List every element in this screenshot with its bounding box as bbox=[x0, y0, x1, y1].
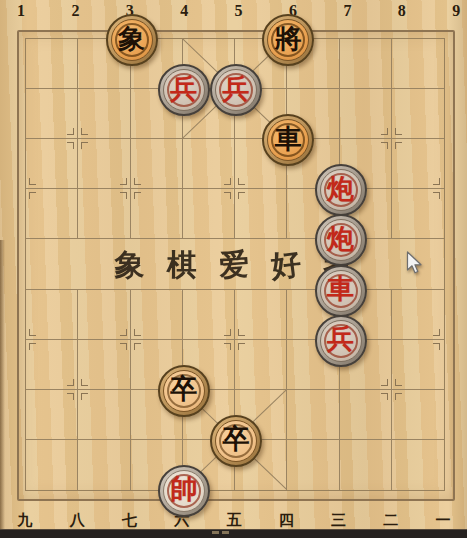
piece-character: 將 bbox=[275, 26, 302, 53]
board-cell bbox=[287, 390, 339, 440]
board-cell bbox=[340, 39, 392, 89]
black-pawn[interactable]: 卒 bbox=[210, 415, 262, 467]
board-cell bbox=[287, 440, 339, 490]
file-label-top: 7 bbox=[343, 3, 351, 19]
point-marker bbox=[120, 178, 127, 185]
point-marker bbox=[224, 343, 231, 350]
point-marker bbox=[433, 178, 440, 185]
file-label-top: 2 bbox=[71, 3, 79, 19]
file-label-top: 8 bbox=[398, 3, 406, 19]
point-marker bbox=[395, 128, 402, 135]
file-label-bottom: 三 bbox=[331, 513, 346, 528]
board-cell bbox=[26, 440, 78, 490]
point-marker bbox=[224, 329, 231, 336]
board-cell bbox=[392, 39, 444, 89]
board-cell bbox=[392, 440, 444, 490]
point-marker bbox=[81, 393, 88, 400]
point-marker bbox=[29, 329, 36, 336]
point-marker bbox=[120, 343, 127, 350]
piece-character: 兵 bbox=[170, 76, 197, 103]
point-marker bbox=[67, 142, 74, 149]
file-label-bottom: 七 bbox=[122, 513, 137, 528]
point-marker bbox=[381, 128, 388, 135]
file-label-bottom: 一 bbox=[436, 513, 451, 528]
point-marker bbox=[433, 343, 440, 350]
point-marker bbox=[238, 192, 245, 199]
red-cannon[interactable]: 炮 bbox=[315, 214, 367, 266]
river-watermark-char: 爱 bbox=[218, 249, 250, 281]
point-marker bbox=[29, 178, 36, 185]
piece-character: 炮 bbox=[327, 226, 354, 253]
bottom-bar-text-remnant bbox=[212, 531, 219, 534]
point-marker bbox=[433, 192, 440, 199]
red-general[interactable]: 帥 bbox=[158, 465, 210, 517]
point-marker bbox=[120, 329, 127, 336]
piece-character: 兵 bbox=[223, 76, 250, 103]
point-marker bbox=[381, 393, 388, 400]
file-label-bottom: 二 bbox=[383, 513, 398, 528]
file-label-bottom: 九 bbox=[18, 513, 33, 528]
point-marker bbox=[134, 343, 141, 350]
piece-character: 卒 bbox=[223, 426, 250, 453]
red-cannon[interactable]: 炮 bbox=[315, 164, 367, 216]
file-label-bottom: 五 bbox=[227, 513, 242, 528]
piece-character: 炮 bbox=[327, 176, 354, 203]
file-label-bottom: 八 bbox=[70, 513, 85, 528]
board-cell bbox=[26, 39, 78, 89]
point-marker bbox=[395, 393, 402, 400]
point-marker bbox=[134, 178, 141, 185]
mouse-cursor-icon bbox=[406, 251, 422, 279]
file-label-bottom: 四 bbox=[279, 513, 294, 528]
point-marker bbox=[120, 192, 127, 199]
red-pawn[interactable]: 兵 bbox=[158, 64, 210, 116]
point-marker bbox=[67, 128, 74, 135]
point-marker bbox=[224, 178, 231, 185]
point-marker bbox=[381, 142, 388, 149]
point-marker bbox=[134, 192, 141, 199]
file-label-top: 5 bbox=[235, 3, 243, 19]
black-general[interactable]: 將 bbox=[262, 14, 314, 66]
xiangqi-app: 123456789 象棋爱好者 象將兵兵車炮炮車兵卒卒帥 九八七六五四三二一 bbox=[0, 0, 467, 538]
red-pawn[interactable]: 兵 bbox=[210, 64, 262, 116]
river-watermark-char: 象 bbox=[115, 250, 145, 280]
river-watermark-char: 好 bbox=[270, 248, 303, 281]
black-elephant[interactable]: 象 bbox=[106, 14, 158, 66]
point-marker bbox=[134, 329, 141, 336]
board-cell bbox=[78, 440, 130, 490]
piece-character: 車 bbox=[327, 276, 354, 303]
point-marker bbox=[238, 329, 245, 336]
file-label-top: 4 bbox=[180, 3, 188, 19]
board-cell bbox=[340, 440, 392, 490]
point-marker bbox=[381, 379, 388, 386]
point-marker bbox=[29, 192, 36, 199]
board-cell bbox=[26, 239, 78, 289]
point-marker bbox=[433, 329, 440, 336]
bottom-bar bbox=[0, 529, 467, 538]
point-marker bbox=[81, 142, 88, 149]
red-chariot[interactable]: 車 bbox=[315, 265, 367, 317]
point-marker bbox=[67, 393, 74, 400]
point-marker bbox=[395, 142, 402, 149]
red-pawn[interactable]: 兵 bbox=[315, 315, 367, 367]
river-watermark-char: 棋 bbox=[167, 250, 197, 280]
piece-character: 象 bbox=[118, 26, 145, 53]
piece-character: 卒 bbox=[170, 376, 197, 403]
bottom-bar-text-remnant bbox=[222, 531, 229, 534]
black-pawn[interactable]: 卒 bbox=[158, 365, 210, 417]
piece-character: 兵 bbox=[327, 326, 354, 353]
piece-character: 車 bbox=[275, 126, 302, 153]
file-label-top: 9 bbox=[452, 3, 460, 19]
point-marker bbox=[395, 379, 402, 386]
point-marker bbox=[81, 379, 88, 386]
left-edge-shadow bbox=[0, 240, 5, 532]
point-marker bbox=[238, 178, 245, 185]
point-marker bbox=[224, 192, 231, 199]
piece-character: 帥 bbox=[170, 476, 197, 503]
file-label-top: 1 bbox=[17, 3, 25, 19]
point-marker bbox=[67, 379, 74, 386]
point-marker bbox=[238, 343, 245, 350]
point-marker bbox=[29, 343, 36, 350]
point-marker bbox=[81, 128, 88, 135]
